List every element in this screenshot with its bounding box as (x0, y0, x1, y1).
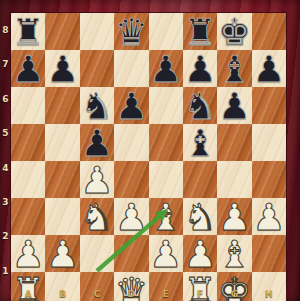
white-knight-piece[interactable]: ♞ (183, 199, 216, 236)
white-bishop-piece[interactable]: ♝ (149, 199, 182, 236)
square-g2[interactable]: ♝ (217, 235, 251, 272)
square-b2[interactable]: ♟ (45, 235, 79, 272)
white-pawn-piece[interactable]: ♟ (252, 199, 285, 236)
white-pawn-piece[interactable]: ♟ (46, 236, 79, 273)
square-h3[interactable]: ♟ (252, 198, 286, 235)
square-f4[interactable] (183, 161, 217, 198)
black-pawn-piece[interactable]: ♟ (218, 88, 251, 125)
square-c3[interactable]: ♞ (80, 198, 114, 235)
square-b6[interactable] (45, 87, 79, 124)
square-e3[interactable]: ♝ (149, 198, 183, 235)
black-knight-piece[interactable]: ♞ (80, 88, 113, 125)
square-f5[interactable]: ♝ (183, 124, 217, 161)
square-b3[interactable] (45, 198, 79, 235)
square-e7[interactable]: ♟ (149, 50, 183, 87)
square-c4[interactable]: ♟ (80, 161, 114, 198)
square-b7[interactable]: ♟ (45, 50, 79, 87)
black-pawn-piece[interactable]: ♟ (252, 51, 285, 88)
square-d6[interactable]: ♟ (114, 87, 148, 124)
square-e5[interactable] (149, 124, 183, 161)
square-e4[interactable] (149, 161, 183, 198)
black-pawn-piece[interactable]: ♟ (80, 125, 113, 162)
square-h4[interactable] (252, 161, 286, 198)
rank-label-5: 5 (0, 116, 11, 150)
square-e6[interactable] (149, 87, 183, 124)
square-h7[interactable]: ♟ (252, 50, 286, 87)
square-g6[interactable]: ♟ (217, 87, 251, 124)
square-h8[interactable] (252, 13, 286, 50)
white-bishop-piece[interactable]: ♝ (218, 236, 251, 273)
black-king-piece[interactable]: ♚ (218, 14, 251, 51)
black-rook-piece[interactable]: ♜ (183, 14, 216, 51)
square-g5[interactable] (217, 124, 251, 161)
rank-label-7: 7 (0, 47, 11, 81)
square-d5[interactable] (114, 124, 148, 161)
square-b8[interactable] (45, 13, 79, 50)
square-a3[interactable] (11, 198, 45, 235)
rank-label-3: 3 (0, 185, 11, 219)
square-b5[interactable] (45, 124, 79, 161)
square-f3[interactable]: ♞ (183, 198, 217, 235)
rank-label-8: 8 (0, 13, 11, 47)
square-g3[interactable]: ♟ (217, 198, 251, 235)
white-pawn-piece[interactable]: ♟ (115, 199, 148, 236)
black-pawn-piece[interactable]: ♟ (115, 88, 148, 125)
rank-label-4: 4 (0, 151, 11, 185)
square-f7[interactable]: ♟ (183, 50, 217, 87)
black-pawn-piece[interactable]: ♟ (149, 51, 182, 88)
black-bishop-piece[interactable]: ♝ (183, 125, 216, 162)
board-frame: ♜♛♜♚♟♟♟♟♝♟♞♟♞♟♟♝♟♞♟♝♞♟♟♟♟♟♟♝♜♛♜♚ 8765432… (0, 0, 300, 301)
square-a4[interactable] (11, 161, 45, 198)
square-g4[interactable] (217, 161, 251, 198)
square-a6[interactable] (11, 87, 45, 124)
square-e2[interactable]: ♟ (149, 235, 183, 272)
file-label-f: F (183, 289, 217, 301)
square-d2[interactable] (114, 235, 148, 272)
square-h6[interactable] (252, 87, 286, 124)
square-f8[interactable]: ♜ (183, 13, 217, 50)
square-c8[interactable] (80, 13, 114, 50)
rank-label-1: 1 (0, 254, 11, 288)
square-c6[interactable]: ♞ (80, 87, 114, 124)
white-pawn-piece[interactable]: ♟ (12, 236, 45, 273)
white-pawn-piece[interactable]: ♟ (218, 199, 251, 236)
black-knight-piece[interactable]: ♞ (183, 88, 216, 125)
black-bishop-piece[interactable]: ♝ (218, 51, 251, 88)
square-b4[interactable] (45, 161, 79, 198)
square-c5[interactable]: ♟ (80, 124, 114, 161)
square-h2[interactable] (252, 235, 286, 272)
square-f2[interactable]: ♟ (183, 235, 217, 272)
file-label-a: A (11, 289, 45, 301)
square-d3[interactable]: ♟ (114, 198, 148, 235)
square-f6[interactable]: ♞ (183, 87, 217, 124)
file-label-b: B (45, 289, 79, 301)
rank-label-6: 6 (0, 82, 11, 116)
black-pawn-piece[interactable]: ♟ (46, 51, 79, 88)
black-queen-piece[interactable]: ♛ (115, 14, 148, 51)
square-a2[interactable]: ♟ (11, 235, 45, 272)
file-label-e: E (149, 289, 183, 301)
square-c2[interactable] (80, 235, 114, 272)
white-pawn-piece[interactable]: ♟ (80, 162, 113, 199)
square-g8[interactable]: ♚ (217, 13, 251, 50)
chess-board: ♜♛♜♚♟♟♟♟♝♟♞♟♞♟♟♝♟♞♟♝♞♟♟♟♟♟♟♝♜♛♜♚ (11, 13, 286, 288)
white-pawn-piece[interactable]: ♟ (149, 236, 182, 273)
rank-label-2: 2 (0, 219, 11, 253)
white-pawn-piece[interactable]: ♟ (183, 236, 216, 273)
square-c7[interactable] (80, 50, 114, 87)
square-g7[interactable]: ♝ (217, 50, 251, 87)
file-label-d: D (114, 289, 148, 301)
black-pawn-piece[interactable]: ♟ (183, 51, 216, 88)
black-pawn-piece[interactable]: ♟ (12, 51, 45, 88)
square-e8[interactable] (149, 13, 183, 50)
square-a5[interactable] (11, 124, 45, 161)
file-label-h: H (252, 289, 286, 301)
square-h5[interactable] (252, 124, 286, 161)
file-label-c: C (80, 289, 114, 301)
white-knight-piece[interactable]: ♞ (80, 199, 113, 236)
square-d4[interactable] (114, 161, 148, 198)
square-d7[interactable] (114, 50, 148, 87)
square-a7[interactable]: ♟ (11, 50, 45, 87)
square-a8[interactable]: ♜ (11, 13, 45, 50)
square-d8[interactable]: ♛ (114, 13, 148, 50)
black-rook-piece[interactable]: ♜ (12, 14, 45, 51)
file-label-g: G (217, 289, 251, 301)
